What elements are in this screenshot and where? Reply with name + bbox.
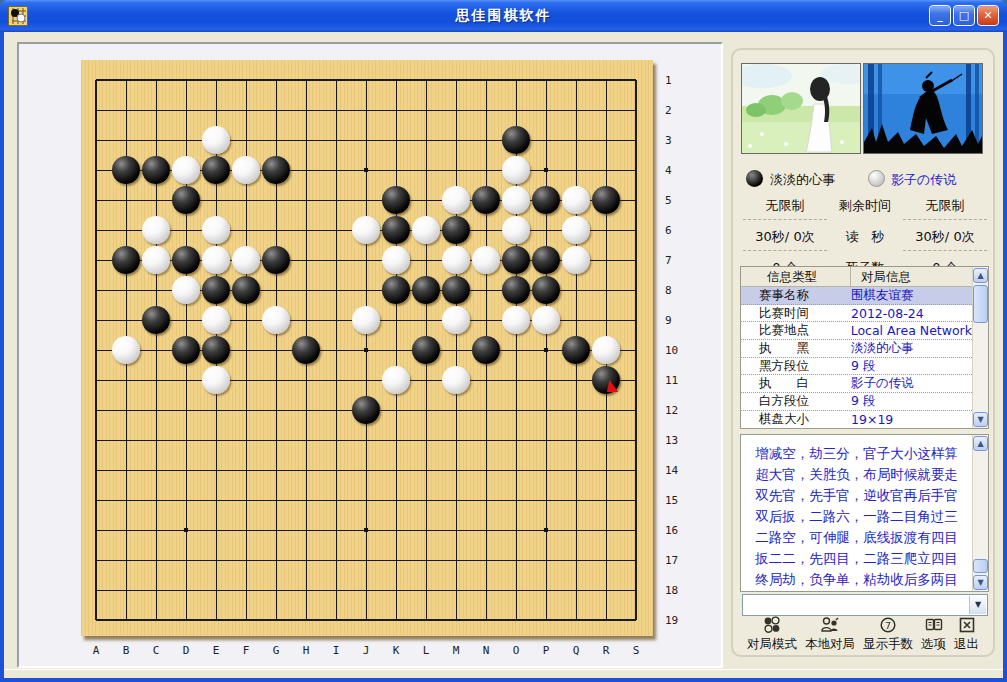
white-stone-Q6 xyxy=(562,216,590,244)
info-type-header: 信息类型 xyxy=(741,267,851,286)
white-stone-B10 xyxy=(112,336,140,364)
black-stone-J12 xyxy=(352,396,380,424)
column-label-F: F xyxy=(243,644,250,657)
info-row-value: 影子の传说 xyxy=(851,375,914,392)
white-stone-F4 xyxy=(232,156,260,184)
row-label-16: 16 xyxy=(665,524,678,537)
white-stone-C6 xyxy=(142,216,170,244)
row-label-5: 5 xyxy=(665,194,672,207)
black-stone-B7 xyxy=(112,246,140,274)
info-row-label: 棋盘大小 xyxy=(741,411,851,428)
white-stone-G9 xyxy=(262,306,290,334)
info-row[interactable]: 黑方段位9 段 xyxy=(741,358,972,376)
white-stone-icon xyxy=(868,170,885,187)
white-stone-E9 xyxy=(202,306,230,334)
row-label-2: 2 xyxy=(665,104,672,117)
bottom-toolbar: 对局模式本地对局7显示手数选项退出 xyxy=(739,614,987,656)
game-info-header: 对局信息 xyxy=(851,267,911,286)
info-row-value: Local Area Network xyxy=(851,323,972,338)
black-stone-K8 xyxy=(382,276,410,304)
info-row-label: 执 黑 xyxy=(741,340,851,357)
white-stone-R10 xyxy=(592,336,620,364)
toolbar-button-label: 选项 xyxy=(921,636,946,653)
column-label-Q: Q xyxy=(573,644,580,657)
black-stone-N10 xyxy=(472,336,500,364)
toolbar-button-label: 本地对局 xyxy=(805,636,855,653)
column-label-C: C xyxy=(153,644,160,657)
row-label-4: 4 xyxy=(665,164,672,177)
close-button[interactable]: ✕ xyxy=(977,5,999,26)
info-row[interactable]: 执 白影子の传说 xyxy=(741,375,972,393)
go-stones-icon xyxy=(762,615,782,635)
black-stone-N5 xyxy=(472,186,500,214)
go-board[interactable] xyxy=(81,60,653,636)
white-stone-D4 xyxy=(172,156,200,184)
white-stone-O5 xyxy=(502,186,530,214)
white-stone-Q7 xyxy=(562,246,590,274)
column-label-D: D xyxy=(183,644,190,657)
proverb-line: 二路空，可伸腿，底线扳渡有四目 xyxy=(741,527,972,548)
row-label-9: 9 xyxy=(665,314,672,327)
app-window: 思佳围棋软件 _ □ ✕ ABCDEFGHIJKLMNOPQRS12345678… xyxy=(0,0,1007,682)
chevron-down-icon[interactable]: ▼ xyxy=(969,596,986,614)
info-row-label: 黑方段位 xyxy=(741,358,851,375)
remaining-time-label: 剩余时间 xyxy=(827,196,903,220)
title-bar[interactable]: 思佳围棋软件 _ □ ✕ xyxy=(0,0,1007,32)
proverb-line: 双后扳，二路六，一路二目角过三 xyxy=(741,506,972,527)
window-title: 思佳围棋软件 xyxy=(0,7,1007,25)
black-stone-P5 xyxy=(532,186,560,214)
white-stone-O4 xyxy=(502,156,530,184)
toolbar-button-本地对局[interactable]: 本地对局 xyxy=(803,614,857,656)
black-stone-G7 xyxy=(262,246,290,274)
minimize-button[interactable]: _ xyxy=(929,5,951,26)
toolbar-button-显示手数[interactable]: 7显示手数 xyxy=(861,614,915,656)
black-stone-L10 xyxy=(412,336,440,364)
black-stone-E4 xyxy=(202,156,230,184)
proverb-line: 扳二二，先四目，二路三爬立四目 xyxy=(741,548,972,569)
scroll-up-icon[interactable]: ▲ xyxy=(973,268,988,283)
column-label-K: K xyxy=(393,644,400,657)
proverb-line: 终局劫，负争单，粘劫收后多两目 xyxy=(741,569,972,590)
proverb-line: 双先官，先手官，逆收官再后手官 xyxy=(741,485,972,506)
info-row-label: 白方段位 xyxy=(741,393,851,410)
white-stone-D8 xyxy=(172,276,200,304)
svg-text:7: 7 xyxy=(885,620,891,631)
black-stone-H10 xyxy=(292,336,320,364)
toolbar-button-label: 显示手数 xyxy=(863,636,913,653)
info-row-label: 比赛时间 xyxy=(741,305,851,322)
toolbar-button-label: 退出 xyxy=(954,636,979,653)
info-row[interactable]: 白方段位9 段 xyxy=(741,393,972,411)
maximize-button[interactable]: □ xyxy=(953,5,975,26)
row-label-14: 14 xyxy=(665,464,678,477)
info-row-label: 执 白 xyxy=(741,375,851,392)
white-stone-J9 xyxy=(352,306,380,334)
scroll-up-icon[interactable]: ▲ xyxy=(973,436,988,451)
proverb-box[interactable]: 增减空，劫三分，官子大小这样算超大官，关胜负，布局时候就要走双先官，先手官，逆收… xyxy=(740,434,989,592)
move-number-icon: 7 xyxy=(878,615,898,635)
side-panel: 淡淡的心事 影子の传说 无限制 剩余时间 无限制 30秒/ 0次 读 秒 30秒… xyxy=(731,48,995,657)
book-icon xyxy=(924,615,944,635)
column-label-O: O xyxy=(513,644,520,657)
row-label-13: 13 xyxy=(665,434,678,447)
black-stone-R5 xyxy=(592,186,620,214)
black-stone-M8 xyxy=(442,276,470,304)
column-label-S: S xyxy=(633,644,640,657)
white-stone-E7 xyxy=(202,246,230,274)
white-stone-M5 xyxy=(442,186,470,214)
black-player-name: 淡淡的心事 xyxy=(770,171,835,189)
info-row-value: 9 段 xyxy=(851,393,875,410)
scroll-down-icon[interactable]: ▼ xyxy=(973,412,988,427)
white-player-avatar xyxy=(863,63,983,154)
toolbar-button-label: 对局模式 xyxy=(747,636,797,653)
black-byoyomi: 30秒/ 0次 xyxy=(743,227,827,251)
row-label-8: 8 xyxy=(665,284,672,297)
info-row-value: 2012-08-24 xyxy=(851,306,924,321)
white-stone-M9 xyxy=(442,306,470,334)
toolbar-button-退出[interactable]: 退出 xyxy=(952,614,981,656)
info-row-label: 比赛地点 xyxy=(741,322,851,339)
board-panel: ABCDEFGHIJKLMNOPQRS123456789101112131415… xyxy=(17,42,723,668)
row-label-10: 10 xyxy=(665,344,678,357)
black-player-avatar xyxy=(741,63,861,154)
black-stone-C9 xyxy=(142,306,170,334)
row-label-19: 19 xyxy=(665,614,678,627)
white-main-time: 无限制 xyxy=(903,196,987,220)
info-row[interactable]: 比赛地点Local Area Network xyxy=(741,322,972,340)
column-label-L: L xyxy=(423,644,430,657)
black-stone-L8 xyxy=(412,276,440,304)
info-row[interactable]: 赛事名称围棋友谊赛 xyxy=(741,287,972,305)
status-bar xyxy=(4,669,1003,678)
white-byoyomi: 30秒/ 0次 xyxy=(903,227,987,251)
column-label-J: J xyxy=(363,644,370,657)
row-label-18: 18 xyxy=(665,584,678,597)
toolbar-button-对局模式[interactable]: 对局模式 xyxy=(745,614,799,656)
white-stone-M11 xyxy=(442,366,470,394)
black-stone-M6 xyxy=(442,216,470,244)
white-stone-J6 xyxy=(352,216,380,244)
info-row[interactable]: 棋盘大小19×19 xyxy=(741,411,972,429)
info-row[interactable]: 比赛时间2012-08-24 xyxy=(741,305,972,323)
info-row-value: 9 段 xyxy=(851,358,875,375)
white-stone-L6 xyxy=(412,216,440,244)
column-label-M: M xyxy=(453,644,460,657)
black-stone-D7 xyxy=(172,246,200,274)
white-stone-O9 xyxy=(502,306,530,334)
column-label-P: P xyxy=(543,644,550,657)
black-stone-G4 xyxy=(262,156,290,184)
black-stone-O8 xyxy=(502,276,530,304)
proverb-line: 增减空，劫三分，官子大小这样算 xyxy=(741,443,972,464)
proverb-line: 超大官，关胜负，布局时候就要走 xyxy=(741,464,972,485)
row-label-11: 11 xyxy=(665,374,678,387)
white-stone-O6 xyxy=(502,216,530,244)
row-label-7: 7 xyxy=(665,254,672,267)
chat-combobox[interactable]: ▼ xyxy=(742,594,988,616)
black-stone-D10 xyxy=(172,336,200,364)
info-table-scrollbar[interactable]: ▲ ▼ xyxy=(972,267,988,428)
white-stone-M7 xyxy=(442,246,470,274)
column-label-N: N xyxy=(483,644,490,657)
black-stone-B4 xyxy=(112,156,140,184)
row-label-1: 1 xyxy=(665,74,672,87)
row-label-6: 6 xyxy=(665,224,672,237)
info-row-value: 19×19 xyxy=(851,412,893,427)
black-stone-O7 xyxy=(502,246,530,274)
black-stone-R11 xyxy=(592,366,620,394)
black-main-time: 无限制 xyxy=(743,196,827,220)
white-stone-E3 xyxy=(202,126,230,154)
black-stone-E8 xyxy=(202,276,230,304)
row-label-12: 12 xyxy=(665,404,678,417)
info-row[interactable]: 执 黑淡淡的心事 xyxy=(741,340,972,358)
black-stone-F8 xyxy=(232,276,260,304)
game-info-table[interactable]: 信息类型 对局信息 赛事名称围棋友谊赛比赛时间2012-08-24比赛地点Loc… xyxy=(740,266,989,429)
chat-input[interactable] xyxy=(744,596,968,614)
black-stone-icon xyxy=(746,170,763,187)
white-stone-K11 xyxy=(382,366,410,394)
black-stone-C4 xyxy=(142,156,170,184)
black-stone-P8 xyxy=(532,276,560,304)
white-stone-Q5 xyxy=(562,186,590,214)
white-stone-K7 xyxy=(382,246,410,274)
info-row-label: 赛事名称 xyxy=(741,287,851,304)
white-stone-E6 xyxy=(202,216,230,244)
row-label-17: 17 xyxy=(665,554,678,567)
column-label-I: I xyxy=(333,644,340,657)
column-label-B: B xyxy=(123,644,130,657)
black-stone-K6 xyxy=(382,216,410,244)
black-stone-P7 xyxy=(532,246,560,274)
column-label-H: H xyxy=(303,644,310,657)
toolbar-button-选项[interactable]: 选项 xyxy=(919,614,948,656)
scrollbar-thumb[interactable] xyxy=(973,285,988,323)
column-label-A: A xyxy=(93,644,100,657)
last-move-marker xyxy=(607,380,619,392)
white-player-name: 影子の传说 xyxy=(891,171,956,189)
column-label-R: R xyxy=(603,644,610,657)
white-stone-E11 xyxy=(202,366,230,394)
black-stone-Q10 xyxy=(562,336,590,364)
row-label-15: 15 xyxy=(665,494,678,507)
proverb-scrollbar[interactable]: ▲ ▼ xyxy=(972,435,988,591)
black-stone-O3 xyxy=(502,126,530,154)
black-stone-E10 xyxy=(202,336,230,364)
white-stone-F7 xyxy=(232,246,260,274)
scrollbar-thumb[interactable] xyxy=(973,559,988,573)
column-label-E: E xyxy=(213,644,220,657)
info-row-value: 围棋友谊赛 xyxy=(851,287,914,304)
scroll-down-icon[interactable]: ▼ xyxy=(973,575,988,590)
info-row-value: 淡淡的心事 xyxy=(851,340,914,357)
byoyomi-label: 读 秒 xyxy=(827,227,903,251)
white-stone-N7 xyxy=(472,246,500,274)
column-label-G: G xyxy=(273,644,280,657)
black-stone-D5 xyxy=(172,186,200,214)
row-label-3: 3 xyxy=(665,134,672,147)
white-stone-P9 xyxy=(532,306,560,334)
white-stone-C7 xyxy=(142,246,170,274)
exit-icon xyxy=(957,615,977,635)
black-stone-K5 xyxy=(382,186,410,214)
people-icon xyxy=(820,615,840,635)
